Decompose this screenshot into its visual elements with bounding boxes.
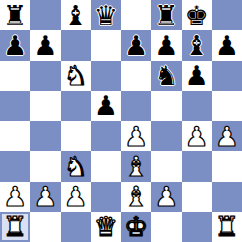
- square-e7[interactable]: ♟: [121, 30, 151, 60]
- white-rook-piece[interactable]: ♜: [215, 213, 239, 240]
- square-d7[interactable]: [91, 30, 121, 60]
- black-bishop-piece[interactable]: ♝: [185, 32, 209, 59]
- black-pawn-piece[interactable]: ♟: [33, 32, 57, 59]
- square-g3[interactable]: [182, 151, 212, 181]
- white-pawn-piece[interactable]: ♟: [185, 123, 209, 150]
- square-c8[interactable]: ♝: [61, 0, 91, 30]
- black-pawn-piece[interactable]: ♟: [124, 32, 148, 59]
- square-c1[interactable]: [61, 212, 91, 242]
- black-pawn-piece[interactable]: ♟: [3, 32, 27, 59]
- white-knight-piece[interactable]: ♞: [64, 62, 88, 89]
- square-a7[interactable]: ♟: [0, 30, 30, 60]
- white-pawn-piece[interactable]: ♟: [3, 183, 27, 210]
- square-b4[interactable]: [30, 121, 60, 151]
- white-queen-piece[interactable]: ♛: [94, 213, 118, 240]
- square-a2[interactable]: ♟: [0, 182, 30, 212]
- black-queen-piece[interactable]: ♛: [94, 2, 118, 29]
- square-c2[interactable]: ♟: [61, 182, 91, 212]
- square-e3[interactable]: ♝: [121, 151, 151, 181]
- black-knight-piece[interactable]: ♞: [154, 62, 178, 89]
- square-b5[interactable]: [30, 91, 60, 121]
- square-c7[interactable]: [61, 30, 91, 60]
- white-pawn-piece[interactable]: ♟: [215, 123, 239, 150]
- square-g4[interactable]: ♟: [182, 121, 212, 151]
- square-d5[interactable]: ♟: [91, 91, 121, 121]
- square-a4[interactable]: [0, 121, 30, 151]
- white-rook-piece[interactable]: ♜: [3, 213, 27, 240]
- square-h6[interactable]: [212, 61, 242, 91]
- square-a1[interactable]: ♜: [0, 212, 30, 242]
- square-g1[interactable]: [182, 212, 212, 242]
- square-d8[interactable]: ♛: [91, 0, 121, 30]
- square-e2[interactable]: ♝: [121, 182, 151, 212]
- square-b7[interactable]: ♟: [30, 30, 60, 60]
- square-d4[interactable]: [91, 121, 121, 151]
- square-e1[interactable]: ♚: [121, 212, 151, 242]
- square-b8[interactable]: [30, 0, 60, 30]
- black-rook-piece[interactable]: ♜: [3, 2, 27, 29]
- white-king-piece[interactable]: ♚: [124, 213, 148, 240]
- square-h7[interactable]: ♟: [212, 30, 242, 60]
- square-a8[interactable]: ♜: [0, 0, 30, 30]
- square-f1[interactable]: [151, 212, 181, 242]
- black-rook-piece[interactable]: ♜: [154, 2, 178, 29]
- white-pawn-piece[interactable]: ♟: [124, 123, 148, 150]
- square-e5[interactable]: [121, 91, 151, 121]
- square-b6[interactable]: [30, 61, 60, 91]
- square-d6[interactable]: [91, 61, 121, 91]
- square-d2[interactable]: [91, 182, 121, 212]
- square-c5[interactable]: [61, 91, 91, 121]
- square-h3[interactable]: [212, 151, 242, 181]
- square-f4[interactable]: [151, 121, 181, 151]
- square-b2[interactable]: ♟: [30, 182, 60, 212]
- square-c6[interactable]: ♞: [61, 61, 91, 91]
- square-c3[interactable]: ♞: [61, 151, 91, 181]
- square-a6[interactable]: [0, 61, 30, 91]
- square-f8[interactable]: ♜: [151, 0, 181, 30]
- square-h1[interactable]: ♜: [212, 212, 242, 242]
- square-a3[interactable]: [0, 151, 30, 181]
- chess-board: ♜♝♛♜♚♟♟♟♟♝♟♞♞♟♟♟♟♟♞♝♟♟♟♝♟♜♛♚♜: [0, 0, 242, 242]
- square-g8[interactable]: ♚: [182, 0, 212, 30]
- square-g6[interactable]: ♟: [182, 61, 212, 91]
- square-f6[interactable]: ♞: [151, 61, 181, 91]
- square-h8[interactable]: [212, 0, 242, 30]
- white-pawn-piece[interactable]: ♟: [154, 183, 178, 210]
- square-f2[interactable]: ♟: [151, 182, 181, 212]
- square-f5[interactable]: [151, 91, 181, 121]
- square-d1[interactable]: ♛: [91, 212, 121, 242]
- square-g2[interactable]: [182, 182, 212, 212]
- square-f7[interactable]: ♟: [151, 30, 181, 60]
- white-pawn-piece[interactable]: ♟: [64, 183, 88, 210]
- white-knight-piece[interactable]: ♞: [64, 153, 88, 180]
- black-pawn-piece[interactable]: ♟: [94, 92, 118, 119]
- white-bishop-piece[interactable]: ♝: [124, 183, 148, 210]
- square-d3[interactable]: [91, 151, 121, 181]
- black-pawn-piece[interactable]: ♟: [185, 62, 209, 89]
- square-g5[interactable]: [182, 91, 212, 121]
- square-e4[interactable]: ♟: [121, 121, 151, 151]
- black-bishop-piece[interactable]: ♝: [64, 2, 88, 29]
- square-c4[interactable]: [61, 121, 91, 151]
- square-h5[interactable]: [212, 91, 242, 121]
- black-pawn-piece[interactable]: ♟: [154, 32, 178, 59]
- white-bishop-piece[interactable]: ♝: [124, 153, 148, 180]
- square-b3[interactable]: [30, 151, 60, 181]
- black-king-piece[interactable]: ♚: [185, 2, 209, 29]
- square-f3[interactable]: [151, 151, 181, 181]
- white-pawn-piece[interactable]: ♟: [33, 183, 57, 210]
- square-e6[interactable]: [121, 61, 151, 91]
- square-h2[interactable]: [212, 182, 242, 212]
- square-e8[interactable]: [121, 0, 151, 30]
- black-pawn-piece[interactable]: ♟: [215, 32, 239, 59]
- square-b1[interactable]: [30, 212, 60, 242]
- square-g7[interactable]: ♝: [182, 30, 212, 60]
- square-h4[interactable]: ♟: [212, 121, 242, 151]
- square-a5[interactable]: [0, 91, 30, 121]
